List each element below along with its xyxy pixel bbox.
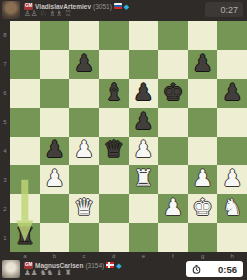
square-d3[interactable] (99, 165, 129, 194)
square-e4[interactable]: ♟ (129, 137, 159, 166)
square-b6[interactable] (40, 79, 70, 108)
square-c7[interactable]: ♟ (69, 50, 99, 79)
piece-black-pawn[interactable]: ♟ (133, 110, 154, 133)
square-h2[interactable]: ♞ (217, 194, 247, 223)
square-e3[interactable]: ♜ (129, 165, 159, 194)
square-g5[interactable] (188, 108, 218, 137)
square-f4[interactable] (158, 137, 188, 166)
square-c5[interactable] (69, 108, 99, 137)
square-f7[interactable] (158, 50, 188, 79)
piece-white-pawn[interactable]: ♟ (133, 138, 154, 161)
game-screen: GM VladislavArtemiev (3051) ◆ ♙♙ ♘ ♗♗ ♖ … (0, 0, 247, 280)
piece-white-pawn[interactable]: ♟ (222, 167, 243, 190)
square-d8[interactable] (99, 21, 129, 50)
avatar[interactable] (2, 1, 20, 19)
piece-black-pawn[interactable]: ♟ (192, 52, 213, 75)
timer-icon (192, 265, 201, 274)
clock-white: 0:56 (186, 261, 243, 277)
captured-pieces: ♙♙ ♘ ♗♗ ♖ (24, 10, 72, 18)
square-c8[interactable] (69, 21, 99, 50)
piece-black-pawn[interactable]: ♟ (133, 81, 154, 104)
square-b2[interactable] (40, 194, 70, 223)
captured-pieces: ♟♟ ♞♞ ♝ ♜ (24, 269, 72, 277)
square-a3[interactable] (10, 165, 40, 194)
norway-flag-icon (106, 262, 114, 268)
square-e6[interactable]: ♟ (129, 79, 159, 108)
russia-flag-icon (114, 3, 122, 9)
rank-label-2: 2 (0, 194, 10, 223)
piece-black-pawn[interactable]: ♟ (74, 52, 95, 75)
square-f3[interactable] (158, 165, 188, 194)
piece-black-rook[interactable]: ♜ (15, 225, 36, 248)
rank-label-5: 5 (0, 108, 10, 137)
square-g4[interactable] (188, 137, 218, 166)
square-c3[interactable] (69, 165, 99, 194)
square-b8[interactable] (40, 21, 70, 50)
square-f5[interactable] (158, 108, 188, 137)
rank-label-3: 3 (0, 165, 10, 194)
square-h8[interactable] (217, 21, 247, 50)
square-h6[interactable]: ♟ (217, 79, 247, 108)
square-d1[interactable] (99, 223, 129, 252)
player-info-bottom[interactable]: GM MagnusCarlsen (3154) ◆ ♟♟ ♞♞ ♝ ♜ 0:56 (0, 259, 247, 280)
square-a4[interactable] (10, 137, 40, 166)
square-h4[interactable] (217, 137, 247, 166)
square-a8[interactable] (10, 21, 40, 50)
piece-white-pawn[interactable]: ♟ (192, 167, 213, 190)
square-e5[interactable]: ♟ (129, 108, 159, 137)
player-info-top[interactable]: GM VladislavArtemiev (3051) ◆ ♙♙ ♘ ♗♗ ♖ … (0, 0, 247, 21)
square-g2[interactable]: ♚ (188, 194, 218, 223)
diamond-membership-icon: ◆ (116, 262, 121, 269)
rank-label-8: 8 (0, 21, 10, 50)
piece-white-king[interactable]: ♚ (192, 196, 213, 219)
square-h5[interactable] (217, 108, 247, 137)
square-g7[interactable]: ♟ (188, 50, 218, 79)
piece-black-queen[interactable]: ♛ (103, 138, 124, 161)
piece-white-rook[interactable]: ♜ (133, 167, 154, 190)
clock-black: 0:27 (205, 2, 243, 17)
piece-white-pawn[interactable]: ♟ (44, 167, 65, 190)
square-a5[interactable] (10, 108, 40, 137)
square-d7[interactable] (99, 50, 129, 79)
square-g8[interactable] (188, 21, 218, 50)
square-e1[interactable] (129, 223, 159, 252)
square-h7[interactable] (217, 50, 247, 79)
piece-black-pawn[interactable]: ♟ (44, 138, 65, 161)
square-f6[interactable]: ♚ (158, 79, 188, 108)
square-a1[interactable]: ♜ (10, 223, 40, 252)
piece-black-bishop[interactable]: ♝ (103, 81, 124, 104)
square-d4[interactable]: ♛ (99, 137, 129, 166)
square-g3[interactable]: ♟ (188, 165, 218, 194)
square-b7[interactable] (40, 50, 70, 79)
diamond-membership-icon: ◆ (124, 3, 129, 10)
rank-label-1: 1 (0, 223, 10, 252)
piece-white-queen[interactable]: ♛ (74, 196, 95, 219)
square-g1[interactable] (188, 223, 218, 252)
square-e8[interactable] (129, 21, 159, 50)
square-a7[interactable] (10, 50, 40, 79)
chess-board[interactable]: ♟♟♝♟♚♟♟♟♟♛♟♟♜♟♟♛♟♚♞♜ (10, 21, 247, 252)
square-d5[interactable] (99, 108, 129, 137)
piece-black-king[interactable]: ♚ (163, 81, 184, 104)
piece-white-knight[interactable]: ♞ (222, 196, 243, 219)
player-rating: (3051) (93, 3, 112, 10)
player-rating: (3154) (85, 262, 104, 269)
rank-labels: 87654321 (0, 21, 10, 252)
square-f2[interactable]: ♟ (158, 194, 188, 223)
avatar[interactable] (2, 260, 20, 278)
square-f1[interactable] (158, 223, 188, 252)
square-c6[interactable] (69, 79, 99, 108)
square-h3[interactable]: ♟ (217, 165, 247, 194)
square-a6[interactable] (10, 79, 40, 108)
square-b3[interactable]: ♟ (40, 165, 70, 194)
rank-label-4: 4 (0, 137, 10, 166)
square-b4[interactable]: ♟ (40, 137, 70, 166)
square-d6[interactable]: ♝ (99, 79, 129, 108)
piece-white-pawn[interactable]: ♟ (74, 138, 95, 161)
square-h1[interactable] (217, 223, 247, 252)
square-g6[interactable] (188, 79, 218, 108)
square-c4[interactable]: ♟ (69, 137, 99, 166)
rank-label-6: 6 (0, 79, 10, 108)
square-c2[interactable]: ♛ (69, 194, 99, 223)
square-a2[interactable] (10, 194, 40, 223)
piece-white-pawn[interactable]: ♟ (163, 196, 184, 219)
square-c1[interactable] (69, 223, 99, 252)
piece-black-pawn[interactable]: ♟ (222, 81, 243, 104)
rank-label-7: 7 (0, 50, 10, 79)
square-b5[interactable] (40, 108, 70, 137)
square-b1[interactable] (40, 223, 70, 252)
square-e2[interactable] (129, 194, 159, 223)
square-e7[interactable] (129, 50, 159, 79)
square-f8[interactable] (158, 21, 188, 50)
square-d2[interactable] (99, 194, 129, 223)
